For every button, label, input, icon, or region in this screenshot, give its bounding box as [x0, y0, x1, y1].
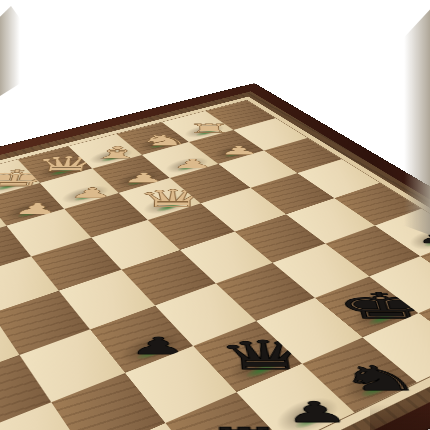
board-squares-grid: ♝♚♛♝♞♜♟♟♟♟♟♟♛♟♟♛♚♛♟♜♟♞♟ [0, 100, 430, 430]
chessboard: ♝♚♛♝♞♜♟♟♟♟♟♟♛♟♟♛♚♛♟♜♟♞♟ [0, 83, 430, 430]
photo-vignette-left [0, 6, 20, 96]
board-walnut-frame: ♝♚♛♝♞♜♟♟♟♟♟♟♛♟♟♛♚♛♟♜♟♞♟ [0, 91, 430, 430]
board-maple-border: ♝♚♛♝♞♜♟♟♟♟♟♟♛♟♟♛♚♛♟♜♟♞♟ [0, 97, 430, 430]
black-pawn-d1[interactable]: ♟ [281, 399, 350, 425]
chess-set-product-photo: ♝♚♛♝♞♜♟♟♟♟♟♟♛♟♟♛♚♛♟♜♟♞♟ [0, 0, 430, 430]
board-mahogany-edge: ♝♚♛♝♞♜♟♟♟♟♟♟♛♟♟♛♚♛♟♜♟♞♟ [0, 83, 430, 430]
